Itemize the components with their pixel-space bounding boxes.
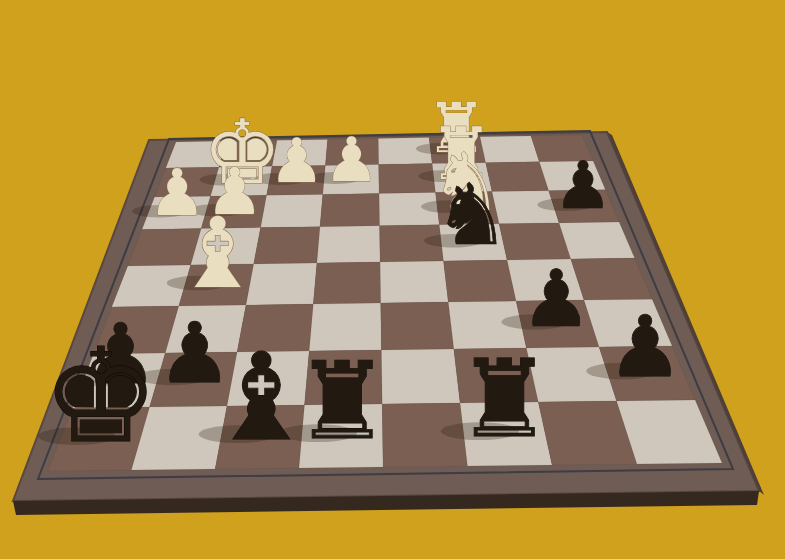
chess-board-render: ♜♜♟♟♚♞♟♟♟♞♝♟♟♟♟♜♜♝♚ — [0, 0, 785, 559]
piece-white-bishop-g5[interactable]: ♝ — [174, 196, 261, 310]
square-e5[interactable] — [313, 262, 380, 304]
piece-black-bishop-f8[interactable]: ♝ — [207, 327, 315, 468]
square-d5[interactable] — [380, 261, 448, 303]
chess-scene: ♜♜♟♟♚♞♟♟♟♞♝♟♟♟♟♜♜♝♚ — [0, 0, 785, 559]
piece-black-pawn-a3[interactable]: ♟ — [554, 147, 613, 223]
square-d6[interactable] — [381, 302, 454, 350]
piece-black-king-h8[interactable]: ♚ — [43, 320, 159, 472]
square-e4[interactable] — [317, 226, 380, 263]
piece-white-pawn-e2[interactable]: ♟ — [324, 124, 379, 195]
square-c5[interactable] — [444, 260, 517, 302]
square-d7[interactable] — [381, 349, 460, 404]
piece-black-pawn-a7[interactable]: ♟ — [607, 297, 683, 396]
piece-black-rook-c8[interactable]: ♜ — [456, 336, 552, 461]
piece-black-pawn-b6[interactable]: ♟ — [521, 253, 592, 345]
square-e3[interactable] — [320, 193, 380, 226]
square-f4[interactable] — [254, 227, 320, 264]
piece-black-knight-c4[interactable]: ♞ — [434, 165, 510, 264]
